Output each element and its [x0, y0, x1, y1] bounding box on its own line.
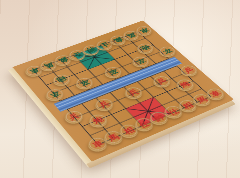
- piece-glyph: 卒: [134, 58, 146, 65]
- piece-glyph: 仕: [137, 120, 150, 129]
- piece-glyph: 卒: [48, 90, 61, 98]
- piece-glyph: 車: [91, 139, 105, 149]
- piece-glyph: 帥: [152, 113, 165, 122]
- piece-glyph: 兵: [127, 88, 140, 96]
- pieces-layer: 車馬象士將士象馬車砲砲卒卒卒卒卒兵兵兵兵兵炮炮車馬相仕帥仕相馬車: [23, 26, 222, 152]
- piece-glyph: 象: [112, 37, 124, 44]
- piece-black-soldier[interactable]: 卒: [102, 65, 125, 79]
- piece-glyph: 兵: [182, 66, 194, 74]
- piece-red-soldier[interactable]: 兵: [62, 108, 86, 124]
- piece-black-cannon[interactable]: 砲: [50, 72, 73, 86]
- piece-glyph: 馬: [195, 95, 208, 103]
- piece-glyph: 卒: [107, 68, 119, 76]
- piece-black-soldier[interactable]: 卒: [73, 76, 96, 91]
- piece-glyph: 炮: [91, 116, 104, 125]
- piece-red-soldier[interactable]: 兵: [177, 63, 200, 77]
- piece-glyph: 車: [28, 67, 40, 75]
- piece-black-soldier[interactable]: 卒: [156, 44, 178, 57]
- piece-red-soldier[interactable]: 兵: [122, 85, 146, 100]
- piece-glyph: 砲: [55, 76, 67, 84]
- piece-glyph: 馬: [107, 132, 121, 141]
- playing-field: 車馬象士將士象馬車砲砲卒卒卒卒卒兵兵兵兵兵炮炮車馬相仕帥仕相馬車: [23, 26, 222, 152]
- piece-glyph: 士: [99, 41, 111, 48]
- piece-black-soldier[interactable]: 卒: [129, 54, 151, 68]
- piece-glyph: 兵: [155, 77, 168, 85]
- piece-glyph: 車: [209, 90, 222, 98]
- piece-glyph: 馬: [43, 61, 55, 68]
- piece-red-soldier[interactable]: 兵: [150, 74, 173, 88]
- piece-glyph: 相: [122, 126, 136, 135]
- piece-glyph: 砲: [139, 44, 151, 51]
- piece-glyph: 炮: [179, 80, 192, 88]
- piece-glyph: 士: [71, 51, 83, 58]
- piece-glyph: 象: [57, 56, 69, 63]
- piece-glyph: 兵: [98, 100, 111, 108]
- piece-glyph: 仕: [167, 107, 180, 116]
- piece-red-cannon[interactable]: 炮: [173, 77, 197, 92]
- piece-black-soldier[interactable]: 卒: [43, 87, 66, 102]
- piece-glyph: 車: [138, 27, 150, 34]
- table-surface: 車馬象士將士象馬車砲砲卒卒卒卒卒兵兵兵兵兵炮炮車馬相仕帥仕相馬車: [0, 0, 240, 178]
- piece-glyph: 卒: [78, 79, 90, 87]
- piece-glyph: 相: [181, 101, 194, 109]
- xiangqi-board: 車馬象士將士象馬車砲砲卒卒卒卒卒兵兵兵兵兵炮炮車馬相仕帥仕相馬車: [12, 20, 234, 161]
- piece-glyph: 兵: [67, 112, 80, 121]
- piece-red-cannon[interactable]: 炮: [86, 112, 110, 128]
- piece-red-soldier[interactable]: 兵: [92, 96, 116, 112]
- piece-black-cannon[interactable]: 砲: [134, 42, 156, 55]
- piece-glyph: 馬: [125, 32, 137, 39]
- piece-glyph: 將: [85, 46, 97, 53]
- piece-glyph: 卒: [161, 47, 173, 54]
